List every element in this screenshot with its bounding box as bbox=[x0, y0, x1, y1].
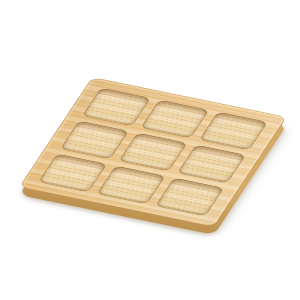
cell-r2c1[interactable] bbox=[60, 121, 130, 160]
cell-r2c2[interactable] bbox=[118, 133, 188, 172]
cell-r3c2[interactable] bbox=[96, 166, 166, 205]
cell-r1c1[interactable] bbox=[82, 88, 152, 127]
product-photo-scene bbox=[0, 0, 300, 300]
cell-r3c3[interactable] bbox=[155, 178, 225, 217]
cell-r2c3[interactable] bbox=[177, 145, 247, 184]
cell-r1c3[interactable] bbox=[199, 112, 269, 151]
cell-r3c1[interactable] bbox=[38, 154, 108, 193]
cell-r1c2[interactable] bbox=[140, 100, 210, 139]
